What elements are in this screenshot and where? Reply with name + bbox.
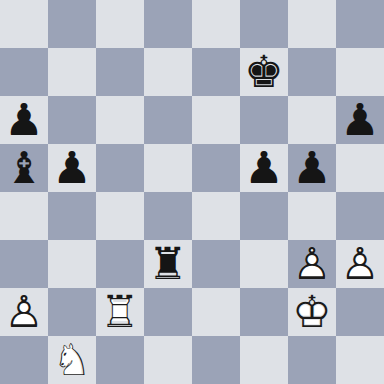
square-e4[interactable]: [192, 192, 240, 240]
square-f3[interactable]: [240, 240, 288, 288]
piece-white-pawn[interactable]: ♟♙: [336, 240, 384, 288]
square-b1[interactable]: ♞♘: [48, 336, 96, 384]
square-g6[interactable]: [288, 96, 336, 144]
square-d7[interactable]: [144, 48, 192, 96]
square-d4[interactable]: [144, 192, 192, 240]
piece-black-pawn[interactable]: ♟: [288, 144, 336, 192]
square-g7[interactable]: [288, 48, 336, 96]
square-h6[interactable]: ♟: [336, 96, 384, 144]
square-c4[interactable]: [96, 192, 144, 240]
square-b4[interactable]: [48, 192, 96, 240]
square-e7[interactable]: [192, 48, 240, 96]
piece-black-bishop[interactable]: ♝: [0, 144, 48, 192]
piece-black-pawn[interactable]: ♟: [0, 96, 48, 144]
square-d5[interactable]: [144, 144, 192, 192]
square-h5[interactable]: [336, 144, 384, 192]
square-g4[interactable]: [288, 192, 336, 240]
square-h7[interactable]: [336, 48, 384, 96]
piece-white-rook[interactable]: ♜♖: [96, 288, 144, 336]
square-h8[interactable]: [336, 0, 384, 48]
square-g8[interactable]: [288, 0, 336, 48]
square-a1[interactable]: [0, 336, 48, 384]
square-c1[interactable]: [96, 336, 144, 384]
piece-white-pawn[interactable]: ♟♙: [0, 288, 48, 336]
square-e5[interactable]: [192, 144, 240, 192]
square-e2[interactable]: [192, 288, 240, 336]
square-f1[interactable]: [240, 336, 288, 384]
square-b7[interactable]: [48, 48, 96, 96]
square-f7[interactable]: ♚: [240, 48, 288, 96]
square-e1[interactable]: [192, 336, 240, 384]
square-a5[interactable]: ♝: [0, 144, 48, 192]
square-f4[interactable]: [240, 192, 288, 240]
piece-white-king[interactable]: ♚♔: [288, 288, 336, 336]
square-b5[interactable]: ♟: [48, 144, 96, 192]
square-h4[interactable]: [336, 192, 384, 240]
square-c6[interactable]: [96, 96, 144, 144]
square-f6[interactable]: [240, 96, 288, 144]
square-e3[interactable]: [192, 240, 240, 288]
square-c3[interactable]: [96, 240, 144, 288]
square-g1[interactable]: [288, 336, 336, 384]
square-c7[interactable]: [96, 48, 144, 96]
square-a2[interactable]: ♟♙: [0, 288, 48, 336]
piece-black-rook[interactable]: ♜: [144, 240, 192, 288]
square-d1[interactable]: [144, 336, 192, 384]
square-b2[interactable]: [48, 288, 96, 336]
square-d8[interactable]: [144, 0, 192, 48]
square-b6[interactable]: [48, 96, 96, 144]
square-g3[interactable]: ♟♙: [288, 240, 336, 288]
square-f8[interactable]: [240, 0, 288, 48]
piece-white-pawn[interactable]: ♟♙: [288, 240, 336, 288]
square-g2[interactable]: ♚♔: [288, 288, 336, 336]
square-e6[interactable]: [192, 96, 240, 144]
square-h3[interactable]: ♟♙: [336, 240, 384, 288]
square-d2[interactable]: [144, 288, 192, 336]
square-f2[interactable]: [240, 288, 288, 336]
square-a3[interactable]: [0, 240, 48, 288]
square-a4[interactable]: [0, 192, 48, 240]
square-d6[interactable]: [144, 96, 192, 144]
square-b3[interactable]: [48, 240, 96, 288]
piece-black-pawn[interactable]: ♟: [336, 96, 384, 144]
piece-black-pawn[interactable]: ♟: [240, 144, 288, 192]
chess-board: ♚♟♟♝♟♟♟♜♟♙♟♙♟♙♜♖♚♔♞♘: [0, 0, 384, 384]
square-a7[interactable]: [0, 48, 48, 96]
square-f5[interactable]: ♟: [240, 144, 288, 192]
square-c5[interactable]: [96, 144, 144, 192]
square-h2[interactable]: [336, 288, 384, 336]
square-b8[interactable]: [48, 0, 96, 48]
square-a6[interactable]: ♟: [0, 96, 48, 144]
piece-black-king[interactable]: ♚: [240, 48, 288, 96]
square-g5[interactable]: ♟: [288, 144, 336, 192]
piece-black-pawn[interactable]: ♟: [48, 144, 96, 192]
square-c2[interactable]: ♜♖: [96, 288, 144, 336]
square-c8[interactable]: [96, 0, 144, 48]
piece-white-knight[interactable]: ♞♘: [48, 336, 96, 384]
square-d3[interactable]: ♜: [144, 240, 192, 288]
square-e8[interactable]: [192, 0, 240, 48]
square-a8[interactable]: [0, 0, 48, 48]
square-h1[interactable]: [336, 336, 384, 384]
